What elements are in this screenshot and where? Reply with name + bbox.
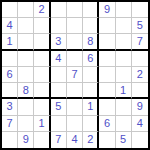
given-digit-r5c9[interactable]: 2 — [132, 67, 148, 83]
cell-r7c8[interactable] — [116, 99, 132, 115]
given-digit-r7c9[interactable]: 9 — [132, 99, 148, 115]
cell-r6c3[interactable] — [34, 83, 50, 99]
cell-r3c7[interactable] — [99, 34, 115, 50]
cell-r4c5[interactable] — [67, 51, 83, 67]
given-digit-r4c6[interactable]: 6 — [83, 51, 99, 67]
cell-r4c3[interactable] — [34, 51, 50, 67]
cell-r3c8[interactable] — [116, 34, 132, 50]
cell-r4c2[interactable] — [18, 51, 34, 67]
given-digit-r3c9[interactable]: 7 — [132, 34, 148, 50]
sudoku-board: 2945138746672813519716497425 — [0, 0, 150, 150]
cell-r1c4[interactable] — [51, 2, 67, 18]
cell-r6c5[interactable] — [67, 83, 83, 99]
cell-r1c9[interactable] — [132, 2, 148, 18]
cell-r2c5[interactable] — [67, 18, 83, 34]
given-digit-r1c3[interactable]: 2 — [34, 2, 50, 18]
cell-r5c8[interactable] — [116, 67, 132, 83]
cell-r1c2[interactable] — [18, 2, 34, 18]
cell-r6c7[interactable] — [99, 83, 115, 99]
cell-r9c3[interactable] — [34, 132, 50, 148]
cell-r7c2[interactable] — [18, 99, 34, 115]
given-digit-r5c1[interactable]: 6 — [2, 67, 18, 83]
cell-r5c4[interactable] — [51, 67, 67, 83]
given-digit-r7c6[interactable]: 1 — [83, 99, 99, 115]
given-digit-r8c9[interactable]: 4 — [132, 116, 148, 132]
cell-r6c6[interactable] — [83, 83, 99, 99]
given-digit-r2c1[interactable]: 4 — [2, 18, 18, 34]
given-digit-r9c4[interactable]: 7 — [51, 132, 67, 148]
given-digit-r9c5[interactable]: 4 — [67, 132, 83, 148]
cell-r6c9[interactable] — [132, 83, 148, 99]
given-digit-r7c4[interactable]: 5 — [51, 99, 67, 115]
given-digit-r8c7[interactable]: 6 — [99, 116, 115, 132]
cell-r2c6[interactable] — [83, 18, 99, 34]
cell-r1c5[interactable] — [67, 2, 83, 18]
cell-r4c7[interactable] — [99, 51, 115, 67]
given-digit-r6c8[interactable]: 1 — [116, 83, 132, 99]
cell-r9c9[interactable] — [132, 132, 148, 148]
given-digit-r6c2[interactable]: 8 — [18, 83, 34, 99]
cell-r8c6[interactable] — [83, 116, 99, 132]
cell-r7c5[interactable] — [67, 99, 83, 115]
cell-r4c8[interactable] — [116, 51, 132, 67]
cell-r5c7[interactable] — [99, 67, 115, 83]
cell-r1c6[interactable] — [83, 2, 99, 18]
cell-r4c1[interactable] — [2, 51, 18, 67]
given-digit-r8c3[interactable]: 1 — [34, 116, 50, 132]
given-digit-r4c4[interactable]: 4 — [51, 51, 67, 67]
cell-r3c2[interactable] — [18, 34, 34, 50]
given-digit-r3c1[interactable]: 1 — [2, 34, 18, 50]
cell-r5c6[interactable] — [83, 67, 99, 83]
cell-r8c4[interactable] — [51, 116, 67, 132]
cell-r8c5[interactable] — [67, 116, 83, 132]
cell-r8c2[interactable] — [18, 116, 34, 132]
cell-r1c8[interactable] — [116, 2, 132, 18]
cell-r3c5[interactable] — [67, 34, 83, 50]
given-digit-r3c4[interactable]: 3 — [51, 34, 67, 50]
cell-r6c1[interactable] — [2, 83, 18, 99]
cell-r2c4[interactable] — [51, 18, 67, 34]
given-digit-r8c1[interactable]: 7 — [2, 116, 18, 132]
cell-r2c2[interactable] — [18, 18, 34, 34]
cell-r7c3[interactable] — [34, 99, 50, 115]
sudoku-page: 2945138746672813519716497425 — [0, 0, 150, 150]
cell-r2c7[interactable] — [99, 18, 115, 34]
cell-r6c4[interactable] — [51, 83, 67, 99]
given-digit-r2c9[interactable]: 5 — [132, 18, 148, 34]
given-digit-r1c7[interactable]: 9 — [99, 2, 115, 18]
cell-r9c7[interactable] — [99, 132, 115, 148]
cell-r9c1[interactable] — [2, 132, 18, 148]
cell-r5c2[interactable] — [18, 67, 34, 83]
cell-r2c8[interactable] — [116, 18, 132, 34]
given-digit-r3c6[interactable]: 8 — [83, 34, 99, 50]
given-digit-r9c6[interactable]: 2 — [83, 132, 99, 148]
given-digit-r9c2[interactable]: 9 — [18, 132, 34, 148]
cell-r2c3[interactable] — [34, 18, 50, 34]
given-digit-r9c8[interactable]: 5 — [116, 132, 132, 148]
cell-r4c9[interactable] — [132, 51, 148, 67]
cell-r5c3[interactable] — [34, 67, 50, 83]
cell-r7c7[interactable] — [99, 99, 115, 115]
given-digit-r7c1[interactable]: 3 — [2, 99, 18, 115]
cell-r8c8[interactable] — [116, 116, 132, 132]
cell-r3c3[interactable] — [34, 34, 50, 50]
given-digit-r5c5[interactable]: 7 — [67, 67, 83, 83]
cell-r1c1[interactable] — [2, 2, 18, 18]
